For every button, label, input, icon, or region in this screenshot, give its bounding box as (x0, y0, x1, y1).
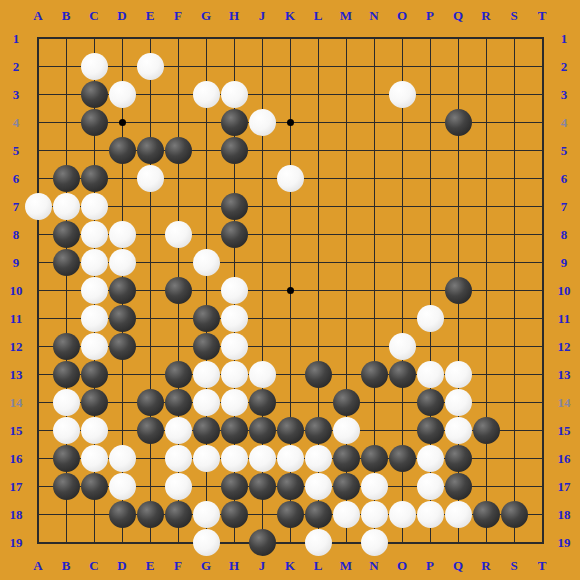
stone-white (305, 473, 332, 500)
stone-black (53, 221, 80, 248)
stone-black (53, 249, 80, 276)
col-label-bottom: R (481, 559, 490, 572)
stone-white (221, 389, 248, 416)
stone-black (249, 389, 276, 416)
stone-white (417, 361, 444, 388)
col-label-bottom: J (259, 559, 266, 572)
col-label-top: Q (453, 9, 463, 22)
grid-line-vertical (542, 38, 543, 543)
row-label-left: 7 (13, 200, 20, 213)
stone-black (389, 445, 416, 472)
row-label-left: 1 (13, 32, 20, 45)
row-label-left: 2 (13, 60, 20, 73)
row-label-left: 5 (13, 144, 20, 157)
row-label-right: 16 (558, 452, 571, 465)
stone-white (165, 473, 192, 500)
stone-white (389, 333, 416, 360)
col-label-top: D (117, 9, 126, 22)
row-label-right: 13 (558, 368, 571, 381)
stone-white (193, 389, 220, 416)
col-label-bottom: Q (453, 559, 463, 572)
stone-black (333, 445, 360, 472)
stone-black (137, 389, 164, 416)
stone-white (81, 305, 108, 332)
row-label-right: 15 (558, 424, 571, 437)
row-label-left: 4 (13, 116, 20, 129)
stone-black (445, 445, 472, 472)
stone-white (389, 81, 416, 108)
row-label-right: 14 (558, 396, 571, 409)
stone-white (81, 193, 108, 220)
star-point (287, 119, 294, 126)
stone-black (221, 473, 248, 500)
stone-black (305, 501, 332, 528)
stone-black (165, 361, 192, 388)
stone-white (109, 473, 136, 500)
col-label-top: G (201, 9, 211, 22)
stone-black (221, 109, 248, 136)
grid-line-horizontal (38, 542, 543, 543)
col-label-top: R (481, 9, 490, 22)
stone-black (165, 501, 192, 528)
col-label-top: K (285, 9, 295, 22)
stone-white (277, 165, 304, 192)
stone-white (109, 221, 136, 248)
col-label-top: T (538, 9, 547, 22)
stone-black (221, 417, 248, 444)
col-label-bottom: B (62, 559, 71, 572)
stone-black (81, 165, 108, 192)
stone-black (81, 361, 108, 388)
stone-white (53, 193, 80, 220)
stone-white (137, 165, 164, 192)
stone-white (221, 81, 248, 108)
stone-black (417, 417, 444, 444)
stone-white (221, 305, 248, 332)
stone-black (109, 137, 136, 164)
row-label-left: 19 (10, 536, 23, 549)
col-label-bottom: D (117, 559, 126, 572)
col-label-bottom: A (33, 559, 42, 572)
stone-black (109, 305, 136, 332)
stone-black (277, 473, 304, 500)
stone-black (249, 529, 276, 556)
stone-black (109, 333, 136, 360)
stone-black (53, 333, 80, 360)
stone-black (53, 361, 80, 388)
stone-white (361, 473, 388, 500)
row-label-left: 18 (10, 508, 23, 521)
stone-white (417, 473, 444, 500)
row-label-right: 6 (561, 172, 568, 185)
col-label-top: A (33, 9, 42, 22)
stone-white (221, 277, 248, 304)
stone-white (277, 445, 304, 472)
grid-line-vertical (514, 38, 515, 543)
stone-white (445, 389, 472, 416)
row-label-left: 9 (13, 256, 20, 269)
stone-white (249, 445, 276, 472)
stone-black (137, 501, 164, 528)
stone-black (249, 417, 276, 444)
stone-white (137, 53, 164, 80)
col-label-bottom: L (314, 559, 323, 572)
stone-black (109, 501, 136, 528)
stone-white (193, 445, 220, 472)
col-label-top: O (397, 9, 407, 22)
go-board[interactable]: AABBCCDDEEFFGGHHJJKKLLMMNNOOPPQQRRSSTT11… (0, 0, 580, 580)
stone-white (53, 417, 80, 444)
stone-white (249, 361, 276, 388)
row-label-left: 11 (10, 312, 22, 325)
row-label-left: 16 (10, 452, 23, 465)
row-label-left: 8 (13, 228, 20, 241)
col-label-top: S (510, 9, 517, 22)
row-label-left: 6 (13, 172, 20, 185)
stone-black (53, 445, 80, 472)
stone-white (417, 501, 444, 528)
stone-white (445, 417, 472, 444)
stone-white (81, 249, 108, 276)
stone-white (193, 361, 220, 388)
stone-black (137, 417, 164, 444)
col-label-top: N (369, 9, 378, 22)
col-label-top: L (314, 9, 323, 22)
col-label-bottom: T (538, 559, 547, 572)
stone-black (109, 277, 136, 304)
row-label-left: 10 (10, 284, 23, 297)
stone-white (165, 221, 192, 248)
star-point (119, 119, 126, 126)
col-label-bottom: K (285, 559, 295, 572)
col-label-top: M (340, 9, 352, 22)
row-label-left: 15 (10, 424, 23, 437)
stone-white (81, 53, 108, 80)
col-label-bottom: O (397, 559, 407, 572)
row-label-right: 12 (558, 340, 571, 353)
col-label-bottom: C (89, 559, 98, 572)
stone-black (165, 389, 192, 416)
stone-white (81, 277, 108, 304)
stone-black (361, 361, 388, 388)
stone-black (81, 389, 108, 416)
col-label-bottom: H (229, 559, 239, 572)
row-label-right: 3 (561, 88, 568, 101)
row-label-left: 3 (13, 88, 20, 101)
stone-black (165, 137, 192, 164)
row-label-right: 8 (561, 228, 568, 241)
row-label-right: 4 (561, 116, 568, 129)
stone-black (277, 501, 304, 528)
stone-white (165, 445, 192, 472)
stone-black (333, 389, 360, 416)
stone-white (109, 249, 136, 276)
stone-white (81, 333, 108, 360)
stone-black (221, 193, 248, 220)
col-label-top: F (174, 9, 182, 22)
stone-white (81, 221, 108, 248)
row-label-right: 5 (561, 144, 568, 157)
stone-white (249, 109, 276, 136)
stone-white (165, 417, 192, 444)
row-label-right: 19 (558, 536, 571, 549)
row-label-right: 17 (558, 480, 571, 493)
stone-white (193, 501, 220, 528)
col-label-top: P (426, 9, 434, 22)
stone-black (333, 473, 360, 500)
row-label-right: 18 (558, 508, 571, 521)
stone-black (249, 473, 276, 500)
stone-black (305, 361, 332, 388)
stone-black (53, 165, 80, 192)
col-label-top: J (259, 9, 266, 22)
col-label-top: C (89, 9, 98, 22)
col-label-bottom: S (510, 559, 517, 572)
row-label-right: 11 (558, 312, 570, 325)
row-label-right: 2 (561, 60, 568, 73)
row-label-right: 7 (561, 200, 568, 213)
stone-white (193, 529, 220, 556)
stone-black (165, 277, 192, 304)
stone-white (333, 417, 360, 444)
col-label-bottom: N (369, 559, 378, 572)
stone-black (81, 81, 108, 108)
col-label-bottom: F (174, 559, 182, 572)
row-label-right: 9 (561, 256, 568, 269)
stone-black (361, 445, 388, 472)
stone-black (193, 305, 220, 332)
stone-black (473, 417, 500, 444)
stone-black (417, 389, 444, 416)
stone-white (221, 445, 248, 472)
stone-black (501, 501, 528, 528)
stone-black (305, 417, 332, 444)
col-label-top: B (62, 9, 71, 22)
row-label-left: 13 (10, 368, 23, 381)
stone-black (193, 417, 220, 444)
stone-white (445, 361, 472, 388)
star-point (287, 287, 294, 294)
stone-white (389, 501, 416, 528)
stone-white (81, 417, 108, 444)
stone-black (81, 473, 108, 500)
stone-black (221, 221, 248, 248)
stone-white (193, 81, 220, 108)
stone-white (417, 305, 444, 332)
stone-white (81, 445, 108, 472)
stone-white (221, 361, 248, 388)
stone-white (25, 193, 52, 220)
stone-white (193, 249, 220, 276)
col-label-top: H (229, 9, 239, 22)
stone-black (221, 137, 248, 164)
stone-black (277, 417, 304, 444)
col-label-bottom: G (201, 559, 211, 572)
row-label-left: 14 (10, 396, 23, 409)
col-label-bottom: E (146, 559, 155, 572)
stone-white (53, 389, 80, 416)
stone-black (445, 473, 472, 500)
stone-black (445, 277, 472, 304)
col-label-bottom: P (426, 559, 434, 572)
stone-black (473, 501, 500, 528)
stone-white (417, 445, 444, 472)
stone-black (193, 333, 220, 360)
stone-white (361, 529, 388, 556)
row-label-left: 17 (10, 480, 23, 493)
stone-white (445, 501, 472, 528)
stone-black (53, 473, 80, 500)
row-label-right: 1 (561, 32, 568, 45)
stone-white (109, 445, 136, 472)
stone-white (305, 529, 332, 556)
stone-white (305, 445, 332, 472)
row-label-right: 10 (558, 284, 571, 297)
grid-line-vertical (486, 38, 487, 543)
stone-white (361, 501, 388, 528)
col-label-bottom: M (340, 559, 352, 572)
stone-white (333, 501, 360, 528)
stone-white (109, 81, 136, 108)
row-label-left: 12 (10, 340, 23, 353)
stone-black (137, 137, 164, 164)
stone-white (221, 333, 248, 360)
stone-black (81, 109, 108, 136)
col-label-top: E (146, 9, 155, 22)
stone-black (445, 109, 472, 136)
stone-black (389, 361, 416, 388)
stone-black (221, 501, 248, 528)
